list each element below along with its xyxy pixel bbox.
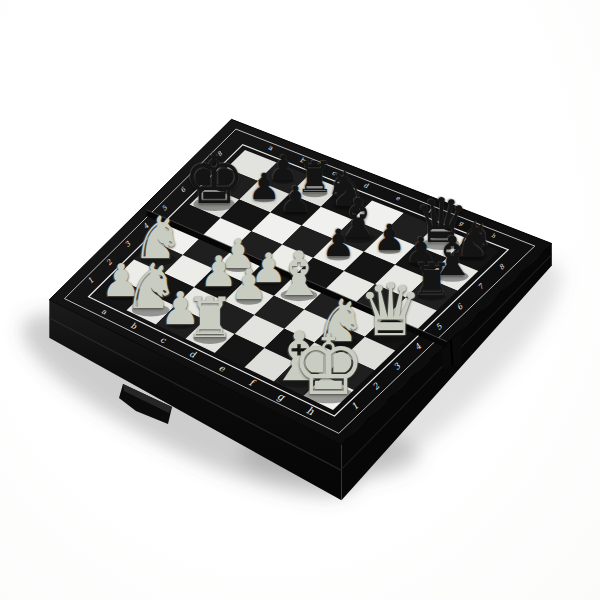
piece-white-queen-h4[interactable]: ♛ xyxy=(358,274,423,346)
chess-set-photo: aabbccddeeffgghh1122334455667788 ♟♜♟♚♞♟♝… xyxy=(0,0,600,600)
piece-white-pawn-d3[interactable]: ♟ xyxy=(230,265,268,307)
piece-black-pawn-e6[interactable]: ♟ xyxy=(322,225,356,263)
piece-white-rook-d1[interactable]: ♜ xyxy=(185,291,235,346)
piece-white-king-h1[interactable]: ♚ xyxy=(291,324,365,407)
piece-black-king-a6[interactable]: ♚ xyxy=(183,145,245,214)
piece-black-pawn-c7[interactable]: ♟ xyxy=(279,181,311,217)
piece-black-pawn-f7[interactable]: ♟ xyxy=(373,220,405,256)
piece-black-pawn-b7[interactable]: ♟ xyxy=(248,168,280,204)
